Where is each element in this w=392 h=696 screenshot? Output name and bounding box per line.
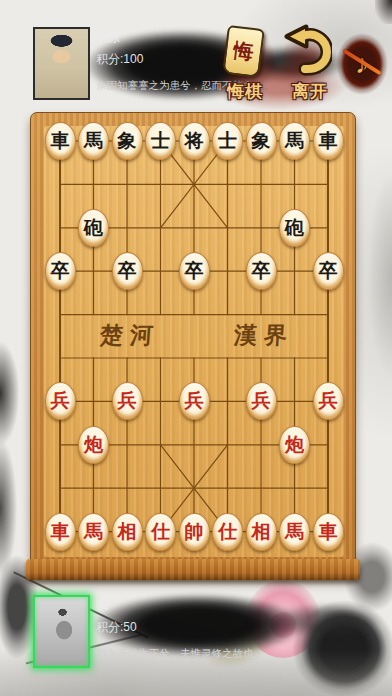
leave-button[interactable]: 离开 — [278, 20, 342, 106]
board-field: 楚河 漢界 車馬象士将士象馬車砲砲卒卒卒卒卒兵兵兵兵兵炮炮車馬相仕帥仕相馬車 — [44, 126, 344, 557]
player-quote: 指九天以为正兮，夫惟灵修之故也。 — [96, 647, 346, 660]
piece-red-兵[interactable]: 兵 — [112, 382, 143, 420]
piece-red-兵[interactable]: 兵 — [45, 382, 76, 420]
back-arrow-icon — [284, 24, 332, 76]
piece-black-卒[interactable]: 卒 — [45, 252, 76, 290]
piece-red-兵[interactable]: 兵 — [179, 382, 210, 420]
piece-black-卒[interactable]: 卒 — [313, 252, 344, 290]
piece-red-帥[interactable]: 帥 — [179, 513, 210, 551]
player-avatar — [33, 595, 90, 668]
piece-red-兵[interactable]: 兵 — [246, 382, 277, 420]
piece-black-士[interactable]: 士 — [145, 122, 176, 160]
ink-wash-right — [352, 140, 392, 410]
opponent-score: 积分:100 — [96, 52, 143, 66]
undo-button-label: 悔棋 — [213, 80, 277, 103]
player-name: 我 — [96, 598, 108, 612]
piece-red-仕[interactable]: 仕 — [212, 513, 243, 551]
opponent-avatar — [33, 27, 90, 100]
piece-red-炮[interactable]: 炮 — [78, 426, 109, 464]
piece-black-士[interactable]: 士 — [212, 122, 243, 160]
piece-red-仕[interactable]: 仕 — [145, 513, 176, 551]
piece-red-相[interactable]: 相 — [246, 513, 277, 551]
piece-black-車[interactable]: 車 — [45, 122, 76, 160]
piece-red-車[interactable]: 車 — [45, 513, 76, 551]
piece-black-砲[interactable]: 砲 — [279, 209, 310, 247]
board-ledge — [26, 559, 360, 580]
ink-wash-left — [0, 330, 30, 585]
piece-black-象[interactable]: 象 — [112, 122, 143, 160]
undo-tile-icon: 悔 — [222, 25, 265, 78]
piece-black-砲[interactable]: 砲 — [78, 209, 109, 247]
piece-black-車[interactable]: 車 — [313, 122, 344, 160]
opponent-name: 屈原 — [96, 30, 120, 44]
pieces-layer: 車馬象士将士象馬車砲砲卒卒卒卒卒兵兵兵兵兵炮炮車馬相仕帥仕相馬車 — [44, 126, 344, 557]
piece-red-馬[interactable]: 馬 — [78, 513, 109, 551]
piece-black-馬[interactable]: 馬 — [78, 122, 109, 160]
ink-splash-top-right — [375, 0, 392, 24]
piece-red-兵[interactable]: 兵 — [313, 382, 344, 420]
piece-black-卒[interactable]: 卒 — [246, 252, 277, 290]
piece-black-将[interactable]: 将 — [179, 122, 210, 160]
piece-black-卒[interactable]: 卒 — [179, 252, 210, 290]
leave-button-label: 离开 — [278, 80, 342, 103]
piece-black-卒[interactable]: 卒 — [112, 252, 143, 290]
piece-red-相[interactable]: 相 — [112, 513, 143, 551]
piece-red-炮[interactable]: 炮 — [279, 426, 310, 464]
music-toggle-button[interactable]: ♪ — [336, 33, 388, 95]
xiangqi-board[interactable]: 楚河 漢界 車馬象士将士象馬車砲砲卒卒卒卒卒兵兵兵兵兵炮炮車馬相仕帥仕相馬車 — [30, 112, 356, 578]
piece-red-車[interactable]: 車 — [313, 513, 344, 551]
player-score: 积分:50 — [96, 620, 137, 634]
piece-black-象[interactable]: 象 — [246, 122, 277, 160]
ink-stroke-bottom-tail — [268, 602, 383, 640]
undo-button[interactable]: 悔 悔棋 — [213, 22, 277, 106]
piece-black-馬[interactable]: 馬 — [279, 122, 310, 160]
piece-red-馬[interactable]: 馬 — [279, 513, 310, 551]
